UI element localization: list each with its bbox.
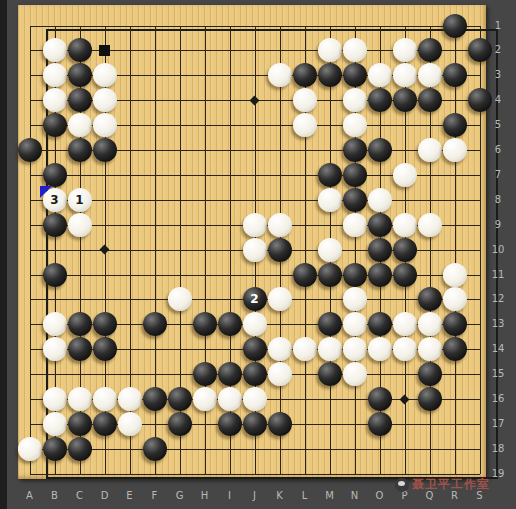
watermark-text: 聂卫平工作室 [412,476,490,493]
stone-black [243,362,267,386]
stone-black [243,337,267,361]
stone-black [68,312,92,336]
stone-black [468,88,492,112]
stone-black [468,38,492,62]
stone-black [368,312,392,336]
stone-black [143,312,167,336]
col-label-N: N [347,490,363,501]
triangle-marker [40,186,52,198]
stone-black [443,14,467,38]
stone-white [393,38,417,62]
stone-black [418,362,442,386]
watermark: 聂卫平工作室 [395,476,490,493]
stone-black [443,337,467,361]
stone-white [268,213,292,237]
stone-black [93,337,117,361]
stone-white [93,387,117,411]
row-label-13: 13 [490,318,506,329]
stone-black [68,38,92,62]
stone-white [318,188,342,212]
stone-white [293,337,317,361]
col-label-G: G [172,490,188,501]
stone-black [418,88,442,112]
col-label-A: A [22,490,38,501]
stone-black [218,312,242,336]
stone-black [68,412,92,436]
stone-white [268,337,292,361]
stone-black [68,138,92,162]
stone-white [93,63,117,87]
stone-black [68,63,92,87]
stone-white [93,113,117,137]
stone-white [343,337,367,361]
stone-black [293,63,317,87]
stone-black [368,88,392,112]
row-label-7: 7 [490,169,506,180]
stone-white [418,63,442,87]
stone-black [368,263,392,287]
stone-black [218,362,242,386]
stone-white [318,337,342,361]
stone-black [343,263,367,287]
stone-white [393,163,417,187]
row-label-19: 19 [490,468,506,479]
stone-black [368,387,392,411]
row-label-11: 11 [490,269,506,280]
stone-white [243,312,267,336]
stone-white [318,238,342,262]
stone-black [193,362,217,386]
stone-white [368,63,392,87]
stone-white [93,88,117,112]
col-label-O: O [372,490,388,501]
stone-white [368,337,392,361]
stone-black [443,312,467,336]
stone-black [343,188,367,212]
stone-white [43,88,67,112]
stone-black [43,163,67,187]
stone-black [93,312,117,336]
col-label-C: C [72,490,88,501]
move-number-label: 1 [68,188,92,212]
stone-black [318,263,342,287]
stone-black [368,213,392,237]
stone-white [393,63,417,87]
row-label-16: 16 [490,393,506,404]
stone-white [418,312,442,336]
stone-black [243,412,267,436]
stone-white [343,362,367,386]
stone-black [168,387,192,411]
studio-logo-icon [395,478,409,492]
stone-white [243,238,267,262]
stone-white [193,387,217,411]
stone-black [193,312,217,336]
stone-black [318,163,342,187]
stone-white [443,287,467,311]
col-label-J: J [247,490,263,501]
col-label-F: F [147,490,163,501]
row-label-1: 1 [490,20,506,31]
stone-black [68,437,92,461]
stone-white [243,387,267,411]
row-label-2: 2 [490,44,506,55]
row-label-4: 4 [490,94,506,105]
stone-white [68,387,92,411]
stone-black [418,38,442,62]
stone-black [93,138,117,162]
stone-white [393,213,417,237]
row-label-3: 3 [490,69,506,80]
stone-white [343,88,367,112]
stone-white [268,362,292,386]
stone-white [68,213,92,237]
row-label-5: 5 [490,119,506,130]
stone-black [268,412,292,436]
grid-line-horizontal [30,449,480,450]
stone-black [368,412,392,436]
stone-black [168,412,192,436]
row-label-10: 10 [490,244,506,255]
row-label-14: 14 [490,343,506,354]
stone-black [43,263,67,287]
stone-white [418,337,442,361]
stone-white [343,38,367,62]
stone-black [18,138,42,162]
go-diagram-app: 123 ABCDEFGHIJKLMNOPQRS 1234567891011121… [0,0,516,509]
stone-white [43,337,67,361]
stone-white [243,213,267,237]
stone-white [168,287,192,311]
stone-black [43,113,67,137]
stone-black [93,412,117,436]
stone-white [393,337,417,361]
col-label-I: I [222,490,238,501]
stone-black [343,63,367,87]
stone-white [418,138,442,162]
stone-white [43,38,67,62]
stone-white [393,312,417,336]
col-label-E: E [122,490,138,501]
stone-white [318,38,342,62]
col-label-H: H [197,490,213,501]
stone-white [293,113,317,137]
stone-black [393,88,417,112]
square-marker [99,45,110,56]
grid-line-vertical [455,26,456,474]
row-label-9: 9 [490,219,506,230]
row-label-15: 15 [490,368,506,379]
stone-black [143,387,167,411]
stone-black [368,138,392,162]
grid-line-horizontal [30,474,480,475]
stone-black [343,138,367,162]
stone-black [343,163,367,187]
stone-white [218,387,242,411]
stone-white [343,113,367,137]
stone-white [18,437,42,461]
stone-white [443,263,467,287]
stone-black [443,113,467,137]
stone-white [43,387,67,411]
stone-white [343,312,367,336]
stone-white [268,63,292,87]
stone-white [118,387,142,411]
row-label-12: 12 [490,293,506,304]
stone-black [68,88,92,112]
row-label-6: 6 [490,144,506,155]
stone-white [293,88,317,112]
stone-white [68,113,92,137]
stone-black [218,412,242,436]
stone-black [318,312,342,336]
stone-black [318,362,342,386]
stone-black [318,63,342,87]
stone-white [43,63,67,87]
col-label-M: M [322,490,338,501]
stone-black [268,238,292,262]
row-label-17: 17 [490,418,506,429]
stone-black [393,238,417,262]
row-label-8: 8 [490,194,506,205]
move-number-label: 2 [243,287,267,311]
stone-black [443,63,467,87]
stone-white [43,312,67,336]
stone-black [393,263,417,287]
stone-white [43,412,67,436]
stone-white [443,138,467,162]
stone-black [143,437,167,461]
stone-black [43,437,67,461]
stone-black [43,213,67,237]
stone-black [293,263,317,287]
stone-white [118,412,142,436]
col-label-K: K [272,490,288,501]
stone-white [343,287,367,311]
stone-black [418,287,442,311]
stone-black [418,387,442,411]
row-label-18: 18 [490,443,506,454]
stone-white [418,213,442,237]
col-label-B: B [47,490,63,501]
col-label-D: D [97,490,113,501]
stone-white [268,287,292,311]
col-label-L: L [297,490,313,501]
stone-black [368,238,392,262]
window-edge-strip [0,0,7,509]
stone-white [343,213,367,237]
stone-black [68,337,92,361]
stone-white [368,188,392,212]
